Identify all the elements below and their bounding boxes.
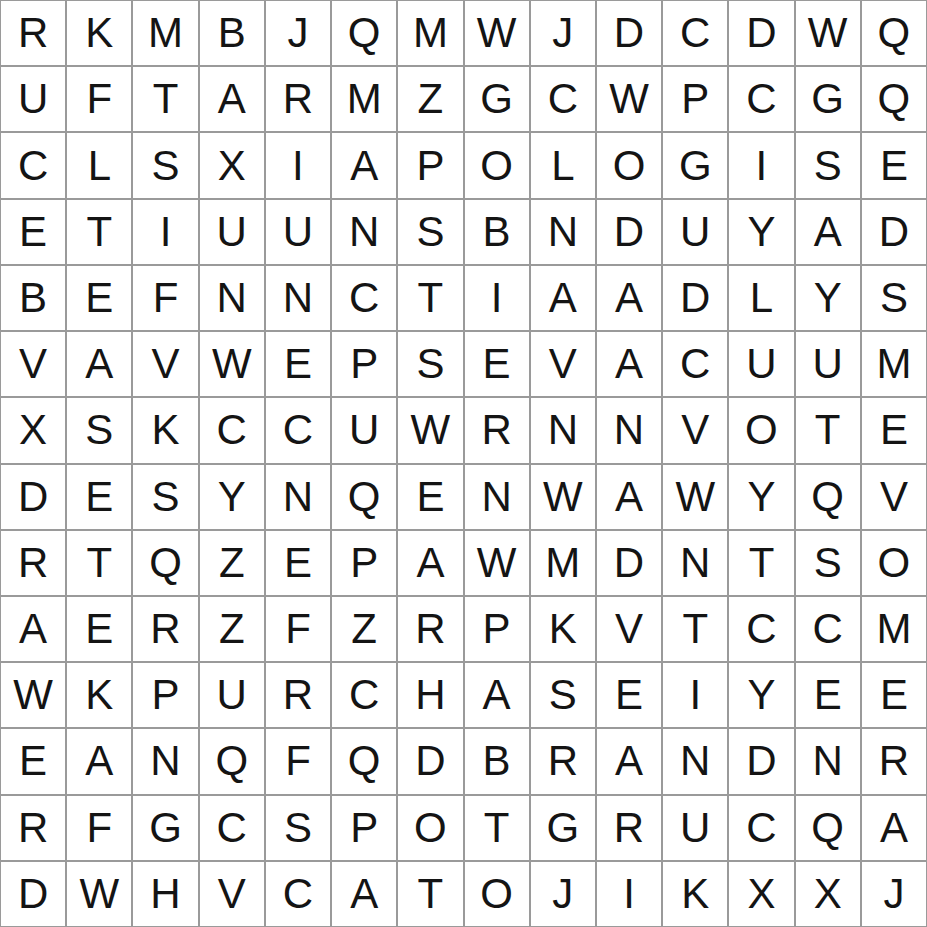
grid-cell[interactable]: D	[662, 265, 728, 331]
grid-cell[interactable]: J	[861, 861, 927, 927]
grid-cell[interactable]: S	[397, 199, 463, 265]
grid-cell[interactable]: G	[795, 66, 861, 132]
grid-cell[interactable]: Y	[728, 662, 794, 728]
grid-cell[interactable]: K	[662, 861, 728, 927]
grid-cell[interactable]: L	[728, 265, 794, 331]
grid-cell[interactable]: N	[199, 265, 265, 331]
grid-cell[interactable]: X	[728, 861, 794, 927]
grid-cell[interactable]: C	[530, 66, 596, 132]
grid-cell[interactable]: A	[596, 464, 662, 530]
grid-cell[interactable]: A	[397, 530, 463, 596]
grid-cell[interactable]: X	[199, 132, 265, 198]
grid-cell[interactable]: R	[265, 66, 331, 132]
grid-cell[interactable]: R	[132, 596, 198, 662]
grid-cell[interactable]: W	[662, 464, 728, 530]
grid-cell[interactable]: R	[596, 795, 662, 861]
grid-cell[interactable]: G	[132, 795, 198, 861]
grid-cell[interactable]: C	[662, 331, 728, 397]
grid-cell[interactable]: U	[662, 199, 728, 265]
grid-cell[interactable]: A	[199, 66, 265, 132]
grid-cell[interactable]: Q	[199, 728, 265, 794]
grid-cell[interactable]: Z	[199, 530, 265, 596]
grid-cell[interactable]: G	[662, 132, 728, 198]
grid-cell[interactable]: E	[265, 331, 331, 397]
grid-cell[interactable]: D	[596, 199, 662, 265]
grid-cell[interactable]: U	[795, 331, 861, 397]
grid-cell[interactable]: K	[132, 397, 198, 463]
grid-cell[interactable]: C	[199, 795, 265, 861]
grid-cell[interactable]: W	[596, 66, 662, 132]
grid-cell[interactable]: C	[728, 596, 794, 662]
grid-cell[interactable]: E	[66, 265, 132, 331]
grid-cell[interactable]: S	[397, 331, 463, 397]
grid-cell[interactable]: U	[199, 199, 265, 265]
grid-cell[interactable]: P	[132, 662, 198, 728]
grid-cell[interactable]: W	[464, 0, 530, 66]
grid-cell[interactable]: R	[530, 728, 596, 794]
grid-cell[interactable]: U	[331, 397, 397, 463]
grid-cell[interactable]: C	[728, 795, 794, 861]
grid-cell[interactable]: C	[0, 132, 66, 198]
grid-cell[interactable]: S	[132, 132, 198, 198]
grid-cell[interactable]: A	[66, 728, 132, 794]
grid-cell[interactable]: I	[662, 662, 728, 728]
grid-cell[interactable]: Q	[795, 464, 861, 530]
grid-cell[interactable]: O	[728, 397, 794, 463]
grid-cell[interactable]: N	[662, 728, 728, 794]
grid-cell[interactable]: C	[265, 861, 331, 927]
grid-cell[interactable]: B	[464, 728, 530, 794]
grid-cell[interactable]: Y	[728, 464, 794, 530]
grid-cell[interactable]: R	[397, 596, 463, 662]
grid-cell[interactable]: A	[464, 662, 530, 728]
grid-cell[interactable]: O	[464, 861, 530, 927]
grid-cell[interactable]: E	[0, 728, 66, 794]
grid-cell[interactable]: A	[331, 132, 397, 198]
grid-cell[interactable]: E	[861, 662, 927, 728]
grid-cell[interactable]: M	[861, 331, 927, 397]
grid-cell[interactable]: J	[530, 861, 596, 927]
grid-cell[interactable]: A	[530, 265, 596, 331]
grid-cell[interactable]: U	[199, 662, 265, 728]
grid-cell[interactable]: W	[0, 662, 66, 728]
grid-cell[interactable]: L	[66, 132, 132, 198]
grid-cell[interactable]: H	[132, 861, 198, 927]
grid-cell[interactable]: Y	[728, 199, 794, 265]
grid-cell[interactable]: M	[331, 66, 397, 132]
grid-cell[interactable]: E	[265, 530, 331, 596]
grid-cell[interactable]: D	[728, 0, 794, 66]
grid-cell[interactable]: R	[861, 728, 927, 794]
grid-cell[interactable]: H	[397, 662, 463, 728]
grid-cell[interactable]: W	[66, 861, 132, 927]
grid-cell[interactable]: R	[0, 795, 66, 861]
grid-cell[interactable]: S	[795, 530, 861, 596]
grid-cell[interactable]: O	[464, 132, 530, 198]
grid-cell[interactable]: K	[530, 596, 596, 662]
grid-cell[interactable]: C	[331, 265, 397, 331]
grid-cell[interactable]: V	[662, 397, 728, 463]
grid-cell[interactable]: W	[397, 397, 463, 463]
grid-cell[interactable]: S	[265, 795, 331, 861]
grid-cell[interactable]: S	[66, 397, 132, 463]
grid-cell[interactable]: A	[331, 861, 397, 927]
grid-cell[interactable]: V	[0, 331, 66, 397]
grid-cell[interactable]: Q	[132, 530, 198, 596]
grid-cell[interactable]: I	[728, 132, 794, 198]
grid-cell[interactable]: T	[464, 795, 530, 861]
grid-cell[interactable]: Q	[331, 464, 397, 530]
grid-cell[interactable]: Q	[795, 795, 861, 861]
grid-cell[interactable]: B	[464, 199, 530, 265]
grid-cell[interactable]: V	[530, 331, 596, 397]
grid-cell[interactable]: W	[795, 0, 861, 66]
grid-cell[interactable]: E	[861, 397, 927, 463]
grid-cell[interactable]: I	[596, 861, 662, 927]
grid-cell[interactable]: R	[265, 662, 331, 728]
grid-cell[interactable]: Z	[199, 596, 265, 662]
grid-cell[interactable]: T	[662, 596, 728, 662]
grid-cell[interactable]: N	[265, 464, 331, 530]
grid-cell[interactable]: R	[464, 397, 530, 463]
grid-cell[interactable]: E	[397, 464, 463, 530]
grid-cell[interactable]: C	[795, 596, 861, 662]
grid-cell[interactable]: U	[265, 199, 331, 265]
word-search-board: RKMBJQMWJDCDWQUFTARMZGCWPCGQCLSXIAPOLOGI…	[0, 0, 927, 927]
grid-cell[interactable]: Y	[795, 265, 861, 331]
grid-cell[interactable]: W	[199, 331, 265, 397]
grid-cell[interactable]: P	[331, 331, 397, 397]
grid-cell[interactable]: N	[662, 530, 728, 596]
grid-cell[interactable]: D	[596, 530, 662, 596]
grid-cell[interactable]: B	[0, 265, 66, 331]
grid-cell[interactable]: T	[397, 861, 463, 927]
grid-cell[interactable]: Q	[861, 0, 927, 66]
grid-cell[interactable]: N	[265, 265, 331, 331]
grid-cell[interactable]: F	[132, 265, 198, 331]
grid-cell[interactable]: N	[464, 464, 530, 530]
grid-cell[interactable]: Z	[397, 66, 463, 132]
grid-cell[interactable]: V	[199, 861, 265, 927]
grid-cell[interactable]: A	[596, 331, 662, 397]
grid-cell[interactable]: Q	[331, 728, 397, 794]
grid-cell[interactable]: Q	[331, 0, 397, 66]
grid-cell[interactable]: W	[530, 464, 596, 530]
grid-cell[interactable]: D	[397, 728, 463, 794]
grid-cell[interactable]: T	[132, 66, 198, 132]
grid-cell[interactable]: I	[464, 265, 530, 331]
grid-cell[interactable]: C	[331, 662, 397, 728]
grid-cell[interactable]: D	[0, 464, 66, 530]
grid-cell[interactable]: F	[66, 795, 132, 861]
grid-cell[interactable]: D	[596, 0, 662, 66]
grid-cell[interactable]: N	[331, 199, 397, 265]
grid-cell[interactable]: O	[596, 132, 662, 198]
grid-cell[interactable]: D	[861, 199, 927, 265]
grid-cell[interactable]: E	[596, 662, 662, 728]
grid-cell[interactable]: T	[728, 530, 794, 596]
grid-cell[interactable]: P	[464, 596, 530, 662]
grid-cell[interactable]: Z	[331, 596, 397, 662]
grid-cell[interactable]: C	[199, 397, 265, 463]
grid-cell[interactable]: A	[596, 265, 662, 331]
grid-cell[interactable]: K	[66, 0, 132, 66]
grid-cell[interactable]: I	[132, 199, 198, 265]
grid-cell[interactable]: Q	[861, 66, 927, 132]
grid-cell[interactable]: V	[596, 596, 662, 662]
grid-cell[interactable]: P	[331, 530, 397, 596]
grid-cell[interactable]: C	[662, 0, 728, 66]
grid-cell[interactable]: E	[66, 596, 132, 662]
grid-cell[interactable]: G	[464, 66, 530, 132]
grid-cell[interactable]: I	[265, 132, 331, 198]
grid-cell[interactable]: M	[530, 530, 596, 596]
grid-cell[interactable]: S	[861, 265, 927, 331]
grid-cell[interactable]: S	[530, 662, 596, 728]
grid-cell[interactable]: L	[530, 132, 596, 198]
grid-cell[interactable]: C	[265, 397, 331, 463]
grid-cell[interactable]: T	[397, 265, 463, 331]
grid-cell[interactable]: M	[397, 0, 463, 66]
grid-cell[interactable]: A	[66, 331, 132, 397]
grid-cell[interactable]: J	[530, 0, 596, 66]
grid-cell[interactable]: V	[861, 464, 927, 530]
grid-cell[interactable]: Y	[199, 464, 265, 530]
grid-cell[interactable]: N	[132, 728, 198, 794]
grid-cell[interactable]: U	[728, 331, 794, 397]
grid-cell[interactable]: V	[132, 331, 198, 397]
grid-cell[interactable]: U	[0, 66, 66, 132]
grid-cell[interactable]: X	[0, 397, 66, 463]
grid-cell[interactable]: E	[795, 662, 861, 728]
grid-cell[interactable]: S	[795, 132, 861, 198]
grid-cell[interactable]: B	[199, 0, 265, 66]
grid-cell[interactable]: A	[861, 795, 927, 861]
grid-cell[interactable]: F	[66, 66, 132, 132]
grid-cell[interactable]: P	[397, 132, 463, 198]
grid-cell[interactable]: T	[795, 397, 861, 463]
grid-cell[interactable]: D	[0, 861, 66, 927]
grid-cell[interactable]: R	[0, 0, 66, 66]
grid-cell[interactable]: U	[662, 795, 728, 861]
grid-cell[interactable]: X	[795, 861, 861, 927]
grid-cell[interactable]: A	[596, 728, 662, 794]
grid-cell[interactable]: P	[662, 66, 728, 132]
grid-cell[interactable]: E	[66, 464, 132, 530]
grid-cell[interactable]: O	[397, 795, 463, 861]
grid-cell[interactable]: C	[728, 66, 794, 132]
grid-cell[interactable]: O	[861, 530, 927, 596]
grid-cell[interactable]: D	[728, 728, 794, 794]
grid-cell[interactable]: E	[0, 199, 66, 265]
grid-cell[interactable]: J	[265, 0, 331, 66]
grid-cell[interactable]: G	[530, 795, 596, 861]
grid-cell[interactable]: M	[861, 596, 927, 662]
grid-cell[interactable]: A	[795, 199, 861, 265]
grid-cell[interactable]: R	[0, 530, 66, 596]
grid-cell[interactable]: E	[464, 331, 530, 397]
grid-cell[interactable]: P	[331, 795, 397, 861]
grid-cell[interactable]: W	[464, 530, 530, 596]
grid-cell[interactable]: N	[795, 728, 861, 794]
grid-cell[interactable]: A	[0, 596, 66, 662]
grid-cell[interactable]: F	[265, 728, 331, 794]
grid-cell[interactable]: T	[66, 199, 132, 265]
grid-cell[interactable]: E	[861, 132, 927, 198]
grid-cell[interactable]: N	[530, 397, 596, 463]
grid-cell[interactable]: K	[66, 662, 132, 728]
grid-cell[interactable]: T	[66, 530, 132, 596]
grid-cell[interactable]: F	[265, 596, 331, 662]
grid-cell[interactable]: N	[596, 397, 662, 463]
grid-cell[interactable]: N	[530, 199, 596, 265]
grid-cell[interactable]: S	[132, 464, 198, 530]
grid-cell[interactable]: M	[132, 0, 198, 66]
